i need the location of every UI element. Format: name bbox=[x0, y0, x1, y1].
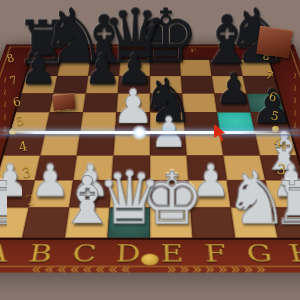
rank-label-2: 2 bbox=[25, 191, 36, 208]
wooden-block-left bbox=[52, 93, 76, 111]
rank-1: ♜♝♛♚♞♜ bbox=[0, 208, 300, 238]
file-label-G: G bbox=[235, 240, 284, 268]
move-trail-effect bbox=[0, 131, 300, 134]
square-a1[interactable]: ♜ bbox=[0, 208, 29, 238]
file-label-B: B bbox=[16, 240, 65, 268]
file-label-E: E bbox=[150, 240, 195, 268]
square-e4[interactable]: ♟ bbox=[150, 133, 187, 156]
file-label-D: D bbox=[105, 240, 150, 268]
square-c4[interactable] bbox=[77, 133, 115, 156]
board-frame: ABCDEFGH ♜♞♝♛♚♝♞♟♟♟♟♟♞♟♟♝♟♟♟♟♟♜♝♛♚♞♜ ABC… bbox=[0, 44, 300, 272]
frame-ornament-right: ~ ~ ~ ~ ~ bbox=[290, 72, 300, 130]
rank-4: ♟ bbox=[3, 133, 296, 156]
file-label-C: C bbox=[61, 240, 108, 268]
wooden-block-top-right bbox=[256, 26, 293, 58]
square-g5[interactable] bbox=[217, 112, 255, 133]
square-g6[interactable]: ♟ bbox=[214, 93, 250, 112]
square-b4[interactable] bbox=[40, 133, 80, 156]
file-label-F: F bbox=[193, 240, 240, 268]
square-g1[interactable]: ♞ bbox=[231, 208, 278, 238]
chess-app-stage: ABCDEFGH ♜♞♝♛♚♝♞♟♟♟♟♟♞♟♟♝♟♟♟♟♟♜♝♛♚♞♜ ABC… bbox=[0, 0, 300, 300]
square-b5[interactable] bbox=[45, 112, 83, 133]
piece-black-pawn[interactable]: ♟ bbox=[19, 50, 56, 92]
laurel-left: «««««««« bbox=[30, 262, 134, 277]
trail-glow-point bbox=[131, 125, 148, 140]
square-a7[interactable]: ♟ bbox=[21, 76, 57, 93]
square-g4[interactable] bbox=[220, 133, 260, 156]
piece-white-queen[interactable]: ♛ bbox=[96, 161, 162, 234]
square-d1[interactable]: ♛ bbox=[107, 208, 150, 238]
board[interactable]: ♜♞♝♛♚♝♞♟♟♟♟♟♞♟♟♝♟♟♟♟♟♜♝♛♚♞♜ bbox=[0, 60, 300, 238]
file-label-H: H bbox=[278, 240, 300, 268]
laurel-right: »»»»»»»» bbox=[166, 262, 270, 277]
piece-black-pawn[interactable]: ♟ bbox=[215, 68, 253, 110]
square-f4[interactable] bbox=[185, 133, 223, 156]
piece-white-rook[interactable]: ♜ bbox=[0, 174, 29, 234]
gold-dot-bottom bbox=[141, 254, 159, 266]
frame-ornament-left: ~ ~ ~ ~ ~ bbox=[0, 76, 10, 134]
